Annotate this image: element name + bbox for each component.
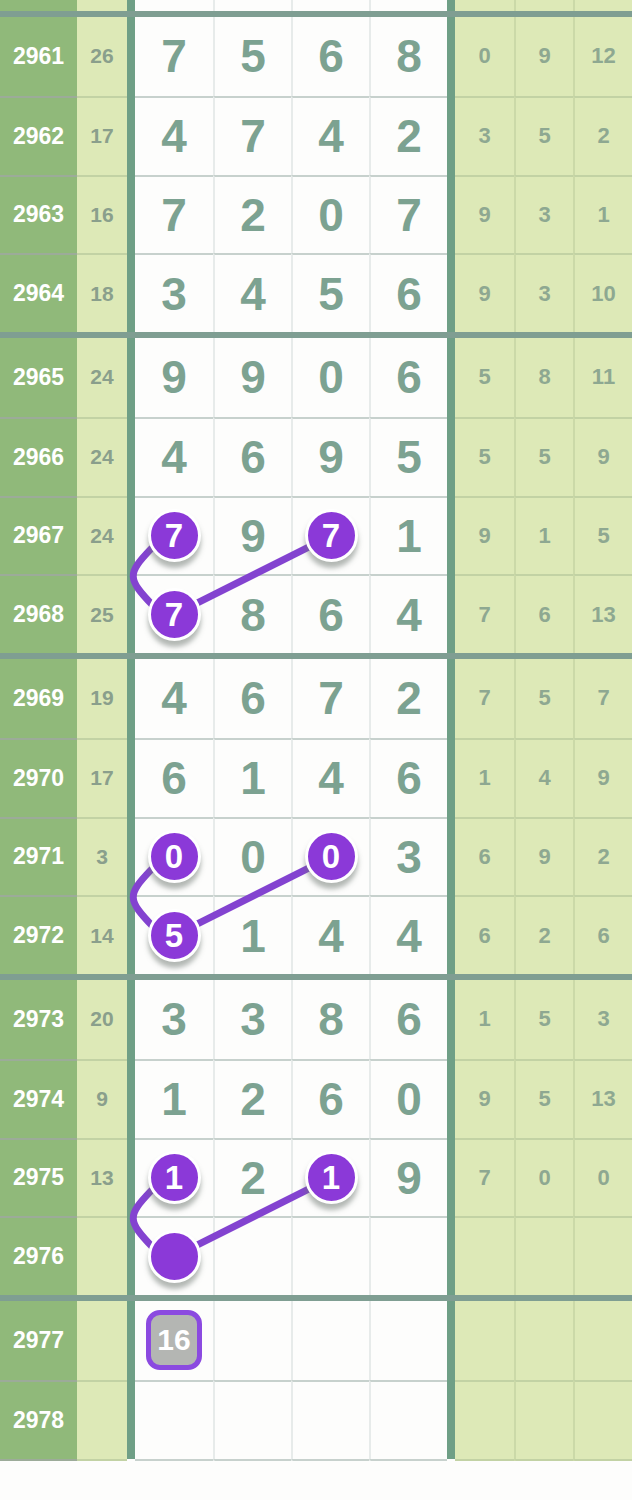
sum-cell: 17 (77, 96, 127, 175)
digit-cell[interactable]: 3 (369, 817, 447, 896)
digit-cell[interactable]: 3 (135, 253, 213, 332)
digit-cell[interactable] (291, 1301, 369, 1380)
circled-number[interactable]: 5 (148, 909, 201, 962)
digit-cell[interactable]: 8 (213, 574, 291, 653)
column-divider (127, 895, 135, 974)
digit-cell[interactable]: 0 (291, 817, 369, 896)
stat-cell (514, 1459, 573, 1461)
stat-cell: 5 (514, 659, 573, 738)
digit-cell[interactable]: 6 (213, 417, 291, 496)
stat-cell: 2 (573, 817, 632, 896)
period-cell: 2965 (0, 338, 77, 417)
circled-number[interactable]: 1 (148, 1151, 201, 1204)
digit-cell[interactable]: 9 (213, 338, 291, 417)
next-draw-box[interactable]: 16 (146, 1310, 202, 1370)
stat-cell: 6 (455, 895, 514, 974)
digit-cell[interactable]: 4 (369, 574, 447, 653)
digit-cell[interactable]: 6 (369, 738, 447, 817)
stat-cell: 3 (514, 175, 573, 254)
period-cell: 2961 (0, 17, 77, 96)
stat-cell: 9 (514, 17, 573, 96)
digit-cell[interactable] (369, 0, 447, 11)
column-divider (127, 0, 135, 11)
stat-cell (573, 1380, 632, 1459)
lottery-trend-chart: 2961267568091229621747423522963167207931… (0, 0, 632, 1500)
sum-cell (77, 0, 127, 11)
digit-cell[interactable]: 6 (369, 338, 447, 417)
column-divider (447, 895, 455, 974)
circled-number[interactable]: 0 (305, 830, 358, 883)
digit-cell[interactable]: 2 (213, 1138, 291, 1217)
sum-cell: 20 (77, 980, 127, 1059)
stat-cell (573, 1216, 632, 1295)
column-divider (447, 1301, 455, 1380)
stat-cell (514, 1301, 573, 1380)
digit-cell[interactable] (135, 1459, 213, 1461)
digit-cell[interactable]: 6 (135, 738, 213, 817)
stat-cell: 4 (514, 738, 573, 817)
stat-cell (455, 1216, 514, 1295)
digit-cell[interactable] (369, 1216, 447, 1295)
stat-cell: 11 (573, 338, 632, 417)
trend-row: 2976 (0, 1216, 632, 1295)
stat-cell: 5 (514, 980, 573, 1059)
digit-cell[interactable]: 0 (213, 817, 291, 896)
stat-cell: 12 (573, 17, 632, 96)
column-divider (447, 253, 455, 332)
sum-cell: 3 (77, 817, 127, 896)
column-divider (127, 417, 135, 496)
digit-cell[interactable]: 0 (369, 1059, 447, 1138)
digit-cell[interactable] (213, 1216, 291, 1295)
selection-dot[interactable] (148, 1230, 201, 1283)
trend-row: 297716 (0, 1301, 632, 1380)
digit-cell[interactable] (213, 1301, 291, 1380)
stat-cell: 6 (573, 895, 632, 974)
digit-cell[interactable] (369, 1459, 447, 1461)
digit-cell[interactable]: 4 (135, 96, 213, 175)
column-divider (447, 417, 455, 496)
trend-row: 2966244695559 (0, 417, 632, 496)
column-divider (127, 1138, 135, 1217)
digit-cell[interactable]: 4 (291, 895, 369, 974)
period-cell: 2964 (0, 253, 77, 332)
column-divider (127, 253, 135, 332)
period-cell: 2966 (0, 417, 77, 496)
column-divider (127, 496, 135, 575)
digit-cell[interactable]: 7 (135, 496, 213, 575)
trend-row: 2973203386153 (0, 980, 632, 1059)
stat-cell: 9 (573, 417, 632, 496)
stat-cell: 9 (455, 253, 514, 332)
stat-cell: 7 (573, 659, 632, 738)
digit-cell[interactable]: 9 (369, 1138, 447, 1217)
period-cell: 2962 (0, 96, 77, 175)
stat-cell: 9 (455, 496, 514, 575)
column-divider (447, 0, 455, 11)
trend-row: 2978 (0, 1380, 632, 1459)
sum-cell (77, 1301, 127, 1380)
digit-cell[interactable]: 0 (135, 817, 213, 896)
sum-cell: 25 (77, 574, 127, 653)
trend-row: 29682578647613 (0, 574, 632, 653)
column-divider (447, 980, 455, 1059)
period-cell (0, 0, 77, 11)
sum-cell: 17 (77, 738, 127, 817)
column-divider (447, 496, 455, 575)
stat-cell: 5 (514, 96, 573, 175)
stat-cell (455, 1380, 514, 1459)
column-divider (127, 574, 135, 653)
digit-cell[interactable]: 7 (291, 496, 369, 575)
digit-cell[interactable] (291, 1380, 369, 1459)
period-cell: 2978 (0, 1380, 77, 1459)
digit-cell[interactable] (213, 1380, 291, 1459)
sum-cell: 16 (77, 175, 127, 254)
stat-cell: 1 (455, 980, 514, 1059)
circled-number[interactable]: 1 (305, 1151, 358, 1204)
period-cell: 2971 (0, 817, 77, 896)
digit-cell[interactable]: 1 (135, 1059, 213, 1138)
digit-cell[interactable]: 1 (135, 1138, 213, 1217)
column-divider (127, 1059, 135, 1138)
period-cell: 2979 (0, 1459, 77, 1461)
period-cell: 2968 (0, 574, 77, 653)
sum-cell (77, 1380, 127, 1459)
trend-row: 2962174742352 (0, 96, 632, 175)
stat-cell: 3 (514, 253, 573, 332)
period-cell: 2977 (0, 1301, 77, 1380)
stat-cell (455, 0, 514, 11)
digit-cell[interactable]: 5 (291, 253, 369, 332)
digit-cell[interactable]: 4 (135, 417, 213, 496)
column-divider (127, 338, 135, 417)
trend-row: 2975131219700 (0, 1138, 632, 1217)
digit-cell[interactable]: 4 (369, 895, 447, 974)
stat-cell: 5 (573, 496, 632, 575)
digit-cell[interactable] (291, 1216, 369, 1295)
column-divider (127, 17, 135, 96)
stat-cell (514, 1216, 573, 1295)
digit-cell[interactable]: 2 (213, 175, 291, 254)
stat-cell: 6 (514, 574, 573, 653)
stat-cell: 7 (455, 1138, 514, 1217)
digit-cell[interactable] (291, 0, 369, 11)
digit-cell[interactable] (135, 0, 213, 11)
trend-row: 2974912609513 (0, 1059, 632, 1138)
digit-cell[interactable]: 4 (213, 253, 291, 332)
column-divider (127, 659, 135, 738)
circled-number[interactable]: 7 (148, 509, 201, 562)
trend-row: 2972145144626 (0, 895, 632, 974)
column-divider (127, 1380, 135, 1459)
trend-row: 2979 (0, 1459, 632, 1500)
column-divider (447, 338, 455, 417)
stat-cell (514, 1380, 573, 1459)
digit-cell[interactable]: 2 (369, 659, 447, 738)
digit-cell[interactable]: 5 (135, 895, 213, 974)
sum-cell: 18 (77, 253, 127, 332)
period-cell: 2963 (0, 175, 77, 254)
digit-cell[interactable]: 0 (291, 338, 369, 417)
stat-cell: 10 (573, 253, 632, 332)
column-divider (127, 96, 135, 175)
stat-cell: 3 (455, 96, 514, 175)
column-divider (447, 1059, 455, 1138)
period-cell: 2969 (0, 659, 77, 738)
digit-cell[interactable]: 2 (213, 1059, 291, 1138)
digit-cell[interactable]: 6 (291, 17, 369, 96)
column-divider (127, 1216, 135, 1295)
sum-cell (77, 1459, 127, 1461)
digit-cell[interactable]: 9 (291, 417, 369, 496)
trend-row: 2970176146149 (0, 738, 632, 817)
stat-cell (573, 0, 632, 11)
digit-cell[interactable] (213, 1459, 291, 1461)
stat-cell: 5 (514, 417, 573, 496)
digit-cell[interactable]: 0 (291, 175, 369, 254)
column-divider (447, 659, 455, 738)
trend-row: 29652499065811 (0, 338, 632, 417)
digit-cell[interactable]: 3 (213, 980, 291, 1059)
stat-cell: 0 (573, 1138, 632, 1217)
stat-cell: 2 (514, 895, 573, 974)
trend-row: 29641834569310 (0, 253, 632, 332)
digit-cell[interactable]: 1 (213, 738, 291, 817)
column-divider (447, 17, 455, 96)
digit-cell[interactable]: 2 (369, 96, 447, 175)
trend-row: 2969194672757 (0, 659, 632, 738)
trend-row: 2963167207931 (0, 175, 632, 254)
column-divider (447, 1380, 455, 1459)
stat-cell: 3 (573, 980, 632, 1059)
digit-cell[interactable] (213, 0, 291, 11)
stat-cell: 1 (573, 175, 632, 254)
digit-cell[interactable] (369, 1301, 447, 1380)
stat-cell (455, 1301, 514, 1380)
stat-cell: 7 (455, 659, 514, 738)
column-divider (127, 817, 135, 896)
period-cell: 2976 (0, 1216, 77, 1295)
stat-cell: 5 (455, 338, 514, 417)
sum-cell (77, 1216, 127, 1295)
digit-cell[interactable]: 7 (135, 574, 213, 653)
digit-cell[interactable]: 7 (135, 17, 213, 96)
stat-cell: 0 (514, 1138, 573, 1217)
digit-cell[interactable]: 6 (369, 253, 447, 332)
column-divider (447, 96, 455, 175)
digit-cell[interactable]: 4 (135, 659, 213, 738)
digit-cell[interactable]: 7 (291, 659, 369, 738)
period-cell: 2974 (0, 1059, 77, 1138)
stat-cell: 8 (514, 338, 573, 417)
stat-cell: 5 (455, 417, 514, 496)
digit-cell[interactable]: 5 (213, 17, 291, 96)
sum-cell: 26 (77, 17, 127, 96)
circled-number[interactable]: 0 (148, 830, 201, 883)
digit-cell[interactable]: 1 (291, 1138, 369, 1217)
sum-cell: 14 (77, 895, 127, 974)
trend-row: 2967247971915 (0, 496, 632, 575)
trend-row: 297130003692 (0, 817, 632, 896)
column-divider (447, 1138, 455, 1217)
stat-cell: 2 (573, 96, 632, 175)
digit-cell[interactable]: 16 (135, 1301, 213, 1380)
digit-cell[interactable]: 6 (291, 574, 369, 653)
period-cell: 2973 (0, 980, 77, 1059)
period-cell: 2972 (0, 895, 77, 974)
digit-cell[interactable]: 1 (213, 895, 291, 974)
digit-cell[interactable]: 8 (369, 17, 447, 96)
sum-cell: 24 (77, 417, 127, 496)
period-cell: 2975 (0, 1138, 77, 1217)
stat-cell: 0 (455, 17, 514, 96)
digit-cell[interactable]: 6 (369, 980, 447, 1059)
digit-cell[interactable] (291, 1459, 369, 1461)
sum-cell: 13 (77, 1138, 127, 1217)
stat-cell: 1 (455, 738, 514, 817)
stat-cell: 9 (455, 1059, 514, 1138)
digit-cell[interactable]: 9 (135, 338, 213, 417)
sum-cell: 19 (77, 659, 127, 738)
sum-cell: 24 (77, 338, 127, 417)
digit-cell[interactable]: 5 (369, 417, 447, 496)
digit-cell[interactable]: 4 (291, 738, 369, 817)
trend-row: 29612675680912 (0, 17, 632, 96)
column-divider (447, 817, 455, 896)
digit-cell[interactable]: 6 (291, 1059, 369, 1138)
stat-cell (573, 1301, 632, 1380)
digit-cell[interactable]: 3 (135, 980, 213, 1059)
stat-cell: 7 (455, 574, 514, 653)
stat-cell (573, 1459, 632, 1461)
circled-number[interactable]: 7 (148, 588, 201, 641)
stat-cell: 13 (573, 1059, 632, 1138)
column-divider (447, 175, 455, 254)
column-divider (127, 1301, 135, 1380)
column-divider (447, 1216, 455, 1295)
stat-cell: 9 (573, 738, 632, 817)
digit-cell[interactable]: 7 (213, 96, 291, 175)
sum-cell: 9 (77, 1059, 127, 1138)
period-cell: 2967 (0, 496, 77, 575)
circled-number[interactable]: 7 (305, 509, 358, 562)
stat-cell: 1 (514, 496, 573, 575)
digit-cell[interactable]: 4 (291, 96, 369, 175)
digit-cell[interactable]: 9 (213, 496, 291, 575)
column-divider (447, 738, 455, 817)
stat-cell: 5 (514, 1059, 573, 1138)
digit-cell[interactable]: 1 (369, 496, 447, 575)
digit-cell[interactable] (135, 1380, 213, 1459)
stat-cell: 6 (455, 817, 514, 896)
digit-cell[interactable]: 6 (213, 659, 291, 738)
stat-cell: 9 (514, 817, 573, 896)
digit-cell[interactable]: 7 (369, 175, 447, 254)
stat-cell (514, 0, 573, 11)
stat-cell (455, 1459, 514, 1461)
stat-cell: 9 (455, 175, 514, 254)
digit-cell[interactable]: 8 (291, 980, 369, 1059)
period-cell: 2970 (0, 738, 77, 817)
sum-cell: 24 (77, 496, 127, 575)
trend-row (0, 0, 632, 11)
column-divider (127, 738, 135, 817)
column-divider (447, 574, 455, 653)
digit-cell[interactable]: 7 (135, 175, 213, 254)
digit-cell[interactable] (135, 1216, 213, 1295)
digit-cell[interactable] (369, 1380, 447, 1459)
column-divider (127, 175, 135, 254)
column-divider (127, 980, 135, 1059)
stat-cell: 13 (573, 574, 632, 653)
